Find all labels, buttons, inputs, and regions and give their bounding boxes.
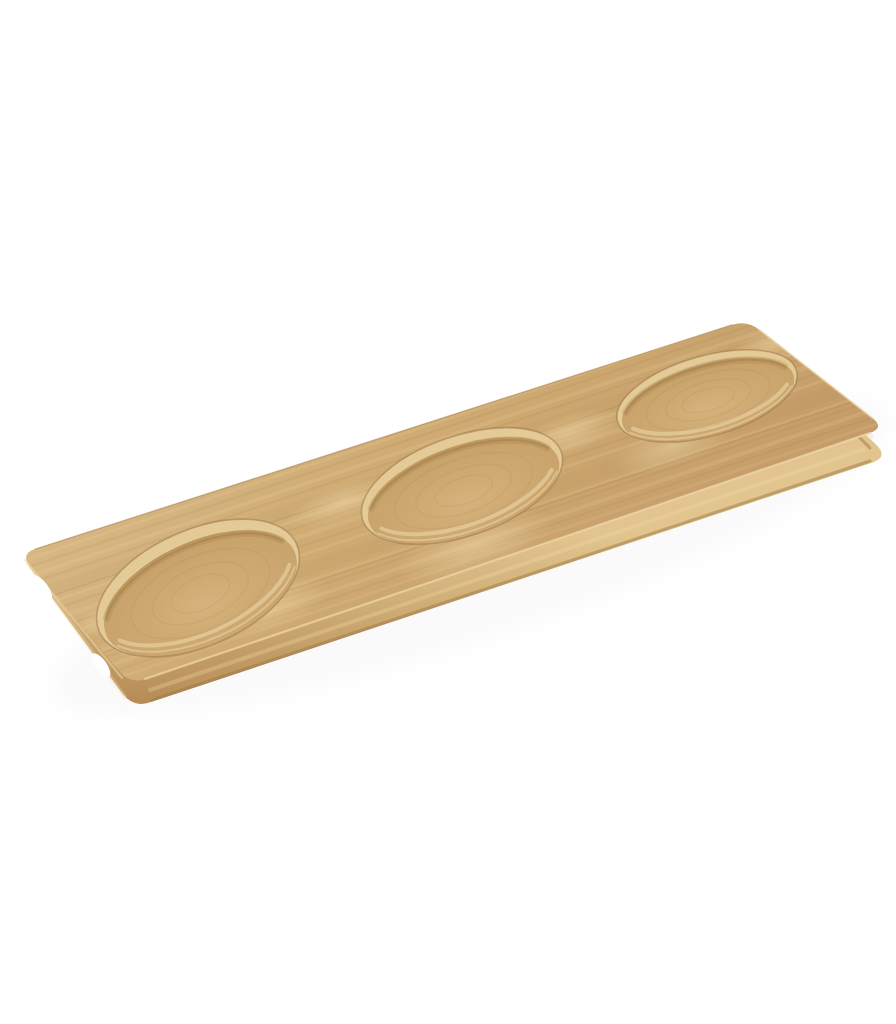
photo-stage [0,0,896,1024]
bamboo-tray-product-photo [0,0,896,1024]
